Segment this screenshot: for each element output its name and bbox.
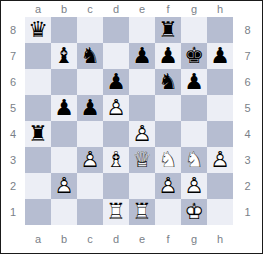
rank-label-left-3: 3 [1, 147, 25, 173]
piece-white-rook[interactable]: ♜♖ [129, 199, 155, 225]
rank-label-left-5: 5 [1, 95, 25, 121]
square-h2[interactable] [207, 173, 233, 199]
piece-black-pawn[interactable]: ♟ [155, 43, 181, 69]
rank-label-left-7: 7 [1, 43, 25, 69]
square-h6[interactable] [207, 69, 233, 95]
square-b3[interactable] [51, 147, 77, 173]
piece-outline-layer: ♙ [51, 173, 77, 199]
piece-white-pawn[interactable]: ♟♙ [103, 95, 129, 121]
piece-white-pawn[interactable]: ♟♙ [155, 173, 181, 199]
chess-diagram: abcdefgh8♛♜87♝♞♟♟♚♟76♟♞♟65♟♟♟♙54♜♟♙43♟♙♝… [0, 0, 263, 254]
square-h5[interactable] [207, 95, 233, 121]
piece-black-pawn[interactable]: ♟ [51, 95, 77, 121]
square-e7[interactable]: ♟ [129, 43, 155, 69]
square-d7[interactable] [103, 43, 129, 69]
file-label-bottom-g: g [181, 225, 207, 253]
file-label-top-b: b [51, 1, 77, 17]
file-label-top-d: d [103, 1, 129, 17]
piece-white-pawn[interactable]: ♟♙ [129, 121, 155, 147]
square-h8[interactable] [207, 17, 233, 43]
piece-black-pawn[interactable]: ♟ [129, 43, 155, 69]
square-b6[interactable] [51, 69, 77, 95]
piece-white-pawn[interactable]: ♟♙ [51, 173, 77, 199]
file-label-bottom-h: h [207, 225, 233, 253]
piece-outline-layer: ♘ [155, 147, 181, 173]
piece-outline-layer: ♙ [129, 121, 155, 147]
square-e5[interactable] [129, 95, 155, 121]
square-f7[interactable]: ♟ [155, 43, 181, 69]
piece-outline-layer: ♙ [155, 173, 181, 199]
square-h3[interactable]: ♟♙ [207, 147, 233, 173]
piece-black-rook[interactable]: ♜ [155, 17, 181, 43]
square-c8[interactable] [77, 17, 103, 43]
file-label-top-h: h [207, 1, 233, 17]
file-label-bottom-d: d [103, 225, 129, 253]
file-label-bottom-e: e [129, 225, 155, 253]
piece-black-king[interactable]: ♚ [181, 43, 207, 69]
file-label-bottom-b: b [51, 225, 77, 253]
rank-label-left-2: 2 [1, 173, 25, 199]
square-a1[interactable] [25, 199, 51, 225]
rank-label-right-6: 6 [233, 69, 262, 95]
piece-black-knight[interactable]: ♞ [155, 69, 181, 95]
rank-label-right-8: 8 [233, 17, 262, 43]
square-e4[interactable]: ♟♙ [129, 121, 155, 147]
square-b5[interactable]: ♟ [51, 95, 77, 121]
piece-outline-layer: ♗ [103, 147, 129, 173]
square-e6[interactable] [129, 69, 155, 95]
square-c5[interactable]: ♟ [77, 95, 103, 121]
piece-outline-layer: ♙ [181, 173, 207, 199]
piece-white-knight[interactable]: ♞♘ [181, 147, 207, 173]
file-label-bottom-c: c [77, 225, 103, 253]
square-g4[interactable] [181, 121, 207, 147]
square-g1[interactable]: ♚♔ [181, 199, 207, 225]
piece-outline-layer: ♖ [129, 199, 155, 225]
file-label-top-f: f [155, 1, 181, 17]
piece-black-pawn[interactable]: ♟ [103, 69, 129, 95]
rank-label-right-3: 3 [233, 147, 262, 173]
square-d5[interactable]: ♟♙ [103, 95, 129, 121]
square-d3[interactable]: ♝♗ [103, 147, 129, 173]
square-e8[interactable] [129, 17, 155, 43]
piece-outline-layer: ♙ [103, 95, 129, 121]
piece-white-pawn[interactable]: ♟♙ [207, 147, 233, 173]
square-d8[interactable] [103, 17, 129, 43]
square-d6[interactable]: ♟ [103, 69, 129, 95]
piece-black-bishop[interactable]: ♝ [51, 43, 77, 69]
piece-outline-layer: ♖ [103, 199, 129, 225]
square-b7[interactable]: ♝ [51, 43, 77, 69]
piece-black-knight[interactable]: ♞ [77, 43, 103, 69]
piece-black-pawn[interactable]: ♟ [77, 95, 103, 121]
piece-white-queen[interactable]: ♛♕ [129, 147, 155, 173]
square-b8[interactable] [51, 17, 77, 43]
rank-label-right-2: 2 [233, 173, 262, 199]
rank-label-left-1: 1 [1, 199, 25, 225]
square-c4[interactable] [77, 121, 103, 147]
piece-black-rook[interactable]: ♜ [25, 121, 51, 147]
square-a7[interactable] [25, 43, 51, 69]
square-g7[interactable]: ♚ [181, 43, 207, 69]
piece-outline-layer: ♕ [129, 147, 155, 173]
square-e3[interactable]: ♛♕ [129, 147, 155, 173]
rank-label-left-4: 4 [1, 121, 25, 147]
square-h4[interactable] [207, 121, 233, 147]
square-d1[interactable]: ♜♖ [103, 199, 129, 225]
rank-label-right-1: 1 [233, 199, 262, 225]
rank-label-left-8: 8 [1, 17, 25, 43]
corner-top-left [1, 1, 25, 17]
square-c2[interactable] [77, 173, 103, 199]
square-a4[interactable]: ♜ [25, 121, 51, 147]
file-label-top-e: e [129, 1, 155, 17]
board-grid: abcdefgh8♛♜87♝♞♟♟♚♟76♟♞♟65♟♟♟♙54♜♟♙43♟♙♝… [1, 1, 262, 253]
corner-bottom-left [1, 225, 25, 253]
square-f1[interactable] [155, 199, 181, 225]
square-f5[interactable] [155, 95, 181, 121]
corner-top-right [233, 1, 262, 17]
piece-black-pawn[interactable]: ♟ [181, 69, 207, 95]
piece-white-rook[interactable]: ♜♖ [103, 199, 129, 225]
square-c6[interactable] [77, 69, 103, 95]
square-e1[interactable]: ♜♖ [129, 199, 155, 225]
piece-white-knight[interactable]: ♞♘ [155, 147, 181, 173]
piece-outline-layer: ♙ [207, 147, 233, 173]
file-label-top-g: g [181, 1, 207, 17]
piece-white-pawn[interactable]: ♟♙ [181, 173, 207, 199]
square-g8[interactable] [181, 17, 207, 43]
square-c7[interactable]: ♞ [77, 43, 103, 69]
square-e2[interactable] [129, 173, 155, 199]
square-h1[interactable] [207, 199, 233, 225]
corner-bottom-right [233, 225, 262, 253]
piece-black-pawn[interactable]: ♟ [207, 43, 233, 69]
piece-white-bishop[interactable]: ♝♗ [103, 147, 129, 173]
file-label-bottom-f: f [155, 225, 181, 253]
square-h7[interactable]: ♟ [207, 43, 233, 69]
rank-label-right-4: 4 [233, 121, 262, 147]
square-c3[interactable]: ♟♙ [77, 147, 103, 173]
rank-label-right-5: 5 [233, 95, 262, 121]
piece-outline-layer: ♘ [181, 147, 207, 173]
square-g2[interactable]: ♟♙ [181, 173, 207, 199]
square-f2[interactable]: ♟♙ [155, 173, 181, 199]
square-g3[interactable]: ♞♘ [181, 147, 207, 173]
rank-label-left-6: 6 [1, 69, 25, 95]
square-b1[interactable] [51, 199, 77, 225]
piece-white-pawn[interactable]: ♟♙ [77, 147, 103, 173]
square-a3[interactable] [25, 147, 51, 173]
square-g6[interactable]: ♟ [181, 69, 207, 95]
piece-white-king[interactable]: ♚♔ [181, 199, 207, 225]
square-a8[interactable]: ♛ [25, 17, 51, 43]
square-a5[interactable] [25, 95, 51, 121]
file-label-top-a: a [25, 1, 51, 17]
rank-label-right-7: 7 [233, 43, 262, 69]
square-a6[interactable] [25, 69, 51, 95]
square-d2[interactable] [103, 173, 129, 199]
piece-outline-layer: ♙ [77, 147, 103, 173]
square-f8[interactable]: ♜ [155, 17, 181, 43]
square-d4[interactable] [103, 121, 129, 147]
square-c1[interactable] [77, 199, 103, 225]
file-label-bottom-a: a [25, 225, 51, 253]
piece-outline-layer: ♔ [181, 199, 207, 225]
square-b4[interactable] [51, 121, 77, 147]
piece-black-queen[interactable]: ♛ [25, 17, 51, 43]
square-f3[interactable]: ♞♘ [155, 147, 181, 173]
square-g5[interactable] [181, 95, 207, 121]
square-a2[interactable] [25, 173, 51, 199]
file-label-top-c: c [77, 1, 103, 17]
square-b2[interactable]: ♟♙ [51, 173, 77, 199]
square-f6[interactable]: ♞ [155, 69, 181, 95]
square-f4[interactable] [155, 121, 181, 147]
